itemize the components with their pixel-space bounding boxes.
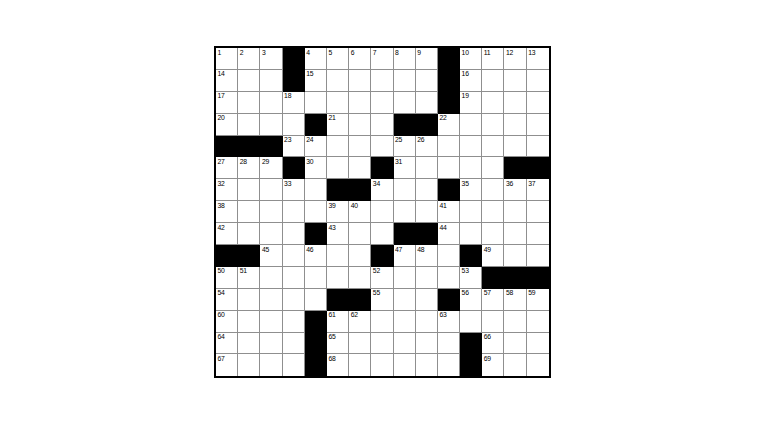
clue-number-55: 55 xyxy=(373,289,380,296)
cell-r13c7[interactable]: 62 xyxy=(349,311,371,333)
clue-number-41: 41 xyxy=(439,202,446,209)
cell-r9c6[interactable]: 43 xyxy=(327,223,349,245)
cell-r12c9[interactable] xyxy=(394,289,416,311)
clue-number-48: 48 xyxy=(417,246,424,253)
cell-r12c2[interactable] xyxy=(238,289,260,311)
clue-number-32: 32 xyxy=(218,180,225,187)
clue-number-40: 40 xyxy=(351,202,358,209)
cell-r5c5[interactable]: 24 xyxy=(305,136,327,158)
cell-r1c9[interactable]: 8 xyxy=(394,48,416,70)
cell-r3c3[interactable] xyxy=(260,92,282,114)
cell-r7c9[interactable] xyxy=(394,179,416,201)
clue-number-26: 26 xyxy=(417,136,424,143)
cell-r5c8[interactable] xyxy=(371,136,393,158)
cell-r4c1[interactable]: 20 xyxy=(216,114,238,136)
cell-r13c3[interactable] xyxy=(260,311,282,333)
cell-r1c12[interactable]: 10 xyxy=(460,48,482,70)
cell-r1c6[interactable]: 5 xyxy=(327,48,349,70)
cell-r15c3[interactable] xyxy=(260,354,282,376)
cell-r1c7[interactable]: 6 xyxy=(349,48,371,70)
black-cell-r12c7 xyxy=(349,289,371,311)
black-cell-r6c8 xyxy=(371,157,393,179)
cell-r14c8[interactable] xyxy=(371,333,393,355)
cell-r4c7[interactable] xyxy=(349,114,371,136)
black-cell-r6c4 xyxy=(283,157,305,179)
cell-r8c12[interactable] xyxy=(460,201,482,223)
clue-number-53: 53 xyxy=(462,267,469,274)
cell-r2c6[interactable] xyxy=(327,70,349,92)
clue-number-8: 8 xyxy=(395,49,399,56)
cell-r14c15[interactable] xyxy=(527,333,549,355)
cell-r10c13[interactable]: 49 xyxy=(482,245,504,267)
cell-r4c13[interactable] xyxy=(482,114,504,136)
clue-number-23: 23 xyxy=(284,136,291,143)
cell-r6c3[interactable]: 29 xyxy=(260,157,282,179)
cell-r8c7[interactable]: 40 xyxy=(349,201,371,223)
cell-r13c8[interactable] xyxy=(371,311,393,333)
cell-r4c12[interactable] xyxy=(460,114,482,136)
clue-number-16: 16 xyxy=(462,70,469,77)
clue-number-17: 17 xyxy=(218,92,225,99)
clue-number-50: 50 xyxy=(218,267,225,274)
clue-number-49: 49 xyxy=(484,246,491,253)
cell-r11c1[interactable]: 50 xyxy=(216,267,238,289)
cell-r15c4[interactable] xyxy=(283,354,305,376)
cell-r2c7[interactable] xyxy=(349,70,371,92)
clue-number-61: 61 xyxy=(328,311,335,318)
clue-number-12: 12 xyxy=(506,49,513,56)
cell-r5c4[interactable]: 23 xyxy=(283,136,305,158)
cell-r10c14[interactable] xyxy=(504,245,526,267)
cell-r5c9[interactable]: 25 xyxy=(394,136,416,158)
clue-number-66: 66 xyxy=(484,333,491,340)
cell-r7c15[interactable]: 37 xyxy=(527,179,549,201)
clue-number-42: 42 xyxy=(218,224,225,231)
cell-r4c14[interactable] xyxy=(504,114,526,136)
clue-number-63: 63 xyxy=(439,311,446,318)
black-cell-r11c13 xyxy=(482,267,504,289)
cell-r4c15[interactable] xyxy=(527,114,549,136)
cell-r3c14[interactable] xyxy=(504,92,526,114)
cell-r14c13[interactable]: 66 xyxy=(482,333,504,355)
clue-number-28: 28 xyxy=(240,158,247,165)
cell-r11c10[interactable] xyxy=(416,267,438,289)
cell-r15c15[interactable] xyxy=(527,354,549,376)
cell-r13c9[interactable] xyxy=(394,311,416,333)
cell-r2c1[interactable]: 14 xyxy=(216,70,238,92)
cell-r9c2[interactable] xyxy=(238,223,260,245)
cell-r13c6[interactable]: 61 xyxy=(327,311,349,333)
cell-r10c9[interactable]: 47 xyxy=(394,245,416,267)
black-cell-r2c4 xyxy=(283,70,305,92)
cell-r4c4[interactable] xyxy=(283,114,305,136)
cell-r4c6[interactable]: 21 xyxy=(327,114,349,136)
cell-r12c4[interactable] xyxy=(283,289,305,311)
clue-number-52: 52 xyxy=(373,267,380,274)
clue-number-43: 43 xyxy=(328,224,335,231)
clue-number-13: 13 xyxy=(528,49,535,56)
clue-number-6: 6 xyxy=(351,49,355,56)
clue-number-22: 22 xyxy=(439,114,446,121)
clue-number-38: 38 xyxy=(218,202,225,209)
clue-number-47: 47 xyxy=(395,246,402,253)
cell-r12c12[interactable]: 56 xyxy=(460,289,482,311)
cell-r3c6[interactable] xyxy=(327,92,349,114)
cell-r10c15[interactable] xyxy=(527,245,549,267)
cell-r1c14[interactable]: 12 xyxy=(504,48,526,70)
clue-number-45: 45 xyxy=(262,246,269,253)
cell-r3c10[interactable] xyxy=(416,92,438,114)
cell-r8c13[interactable] xyxy=(482,201,504,223)
clue-number-54: 54 xyxy=(218,289,225,296)
clue-number-21: 21 xyxy=(328,114,335,121)
cell-r9c15[interactable] xyxy=(527,223,549,245)
cell-r15c6[interactable]: 68 xyxy=(327,354,349,376)
cell-r15c11[interactable] xyxy=(438,354,460,376)
cell-r12c8[interactable]: 55 xyxy=(371,289,393,311)
clue-number-33: 33 xyxy=(284,180,291,187)
cell-r12c3[interactable] xyxy=(260,289,282,311)
cell-r3c9[interactable] xyxy=(394,92,416,114)
clue-number-14: 14 xyxy=(218,70,225,77)
black-cell-r7c7 xyxy=(349,179,371,201)
cell-r15c13[interactable]: 69 xyxy=(482,354,504,376)
cell-r9c8[interactable] xyxy=(371,223,393,245)
clue-number-56: 56 xyxy=(462,289,469,296)
clue-number-68: 68 xyxy=(328,355,335,362)
cell-r3c8[interactable] xyxy=(371,92,393,114)
black-cell-r6c14 xyxy=(504,157,526,179)
black-cell-r15c12 xyxy=(460,354,482,376)
cell-r12c14[interactable]: 58 xyxy=(504,289,526,311)
cell-r9c13[interactable] xyxy=(482,223,504,245)
cell-r12c5[interactable] xyxy=(305,289,327,311)
cell-r9c12[interactable] xyxy=(460,223,482,245)
cell-r11c5[interactable] xyxy=(305,267,327,289)
cell-r6c11[interactable] xyxy=(438,157,460,179)
cell-r14c3[interactable] xyxy=(260,333,282,355)
cell-r6c12[interactable] xyxy=(460,157,482,179)
cell-r2c8[interactable] xyxy=(371,70,393,92)
cell-r10c6[interactable] xyxy=(327,245,349,267)
cell-r12c1[interactable]: 54 xyxy=(216,289,238,311)
black-cell-r4c10 xyxy=(416,114,438,136)
cell-r14c9[interactable] xyxy=(394,333,416,355)
cell-r7c10[interactable] xyxy=(416,179,438,201)
black-cell-r9c9 xyxy=(394,223,416,245)
cell-r7c13[interactable] xyxy=(482,179,504,201)
cell-r15c2[interactable] xyxy=(238,354,260,376)
cell-r1c13[interactable]: 11 xyxy=(482,48,504,70)
cell-r15c14[interactable] xyxy=(504,354,526,376)
black-cell-r9c10 xyxy=(416,223,438,245)
cell-r3c2[interactable] xyxy=(238,92,260,114)
cell-r8c8[interactable] xyxy=(371,201,393,223)
clue-number-67: 67 xyxy=(218,355,225,362)
cell-r14c7[interactable] xyxy=(349,333,371,355)
cell-r8c15[interactable] xyxy=(527,201,549,223)
clue-number-31: 31 xyxy=(395,158,402,165)
clue-number-10: 10 xyxy=(462,49,469,56)
clue-number-5: 5 xyxy=(328,49,332,56)
clue-number-60: 60 xyxy=(218,311,225,318)
black-cell-r4c9 xyxy=(394,114,416,136)
clue-number-15: 15 xyxy=(306,70,313,77)
cell-r11c7[interactable] xyxy=(349,267,371,289)
cell-r6c6[interactable] xyxy=(327,157,349,179)
crossword-board: 1234567891011121314151617181920212223242… xyxy=(214,46,551,378)
cell-r4c2[interactable] xyxy=(238,114,260,136)
cell-r15c10[interactable] xyxy=(416,354,438,376)
cell-r9c1[interactable]: 42 xyxy=(216,223,238,245)
page-background: 1234567891011121314151617181920212223242… xyxy=(0,0,768,432)
black-cell-r7c6 xyxy=(327,179,349,201)
clue-number-65: 65 xyxy=(328,333,335,340)
clue-number-4: 4 xyxy=(306,49,310,56)
black-cell-r15c5 xyxy=(305,354,327,376)
cell-r4c8[interactable] xyxy=(371,114,393,136)
cell-r12c13[interactable]: 57 xyxy=(482,289,504,311)
cell-r13c11[interactable]: 63 xyxy=(438,311,460,333)
clue-number-29: 29 xyxy=(262,158,269,165)
cell-r13c14[interactable] xyxy=(504,311,526,333)
cell-r3c1[interactable]: 17 xyxy=(216,92,238,114)
cell-r8c1[interactable]: 38 xyxy=(216,201,238,223)
cell-r6c10[interactable] xyxy=(416,157,438,179)
cell-r10c4[interactable] xyxy=(283,245,305,267)
cell-r12c15[interactable]: 59 xyxy=(527,289,549,311)
cell-r15c9[interactable] xyxy=(394,354,416,376)
clue-number-34: 34 xyxy=(373,180,380,187)
clue-number-44: 44 xyxy=(439,224,446,231)
cell-r11c8[interactable]: 52 xyxy=(371,267,393,289)
cell-r5c6[interactable] xyxy=(327,136,349,158)
black-cell-r11c15 xyxy=(527,267,549,289)
cell-r8c4[interactable] xyxy=(283,201,305,223)
cell-r8c10[interactable] xyxy=(416,201,438,223)
cell-r4c3[interactable] xyxy=(260,114,282,136)
clue-number-39: 39 xyxy=(328,202,335,209)
cell-r8c3[interactable] xyxy=(260,201,282,223)
cell-r2c14[interactable] xyxy=(504,70,526,92)
clue-number-27: 27 xyxy=(218,158,225,165)
clue-number-46: 46 xyxy=(306,246,313,253)
cell-r5c10[interactable]: 26 xyxy=(416,136,438,158)
cell-r9c11[interactable]: 44 xyxy=(438,223,460,245)
cell-r7c8[interactable]: 34 xyxy=(371,179,393,201)
clue-number-69: 69 xyxy=(484,355,491,362)
cell-r11c11[interactable] xyxy=(438,267,460,289)
cell-r1c1[interactable]: 1 xyxy=(216,48,238,70)
clue-number-59: 59 xyxy=(528,289,535,296)
cell-r3c4[interactable]: 18 xyxy=(283,92,305,114)
cell-r14c11[interactable] xyxy=(438,333,460,355)
cell-r14c4[interactable] xyxy=(283,333,305,355)
cell-r7c3[interactable] xyxy=(260,179,282,201)
clue-number-25: 25 xyxy=(395,136,402,143)
cell-r1c10[interactable]: 9 xyxy=(416,48,438,70)
cell-r10c3[interactable]: 45 xyxy=(260,245,282,267)
cell-r3c7[interactable] xyxy=(349,92,371,114)
cell-r14c1[interactable]: 64 xyxy=(216,333,238,355)
cell-r7c4[interactable]: 33 xyxy=(283,179,305,201)
clue-number-9: 9 xyxy=(417,49,421,56)
cell-r8c9[interactable] xyxy=(394,201,416,223)
clue-number-3: 3 xyxy=(262,49,266,56)
cell-r4c11[interactable]: 22 xyxy=(438,114,460,136)
black-cell-r10c1 xyxy=(216,245,238,267)
cell-r13c4[interactable] xyxy=(283,311,305,333)
cell-r3c15[interactable] xyxy=(527,92,549,114)
cell-r13c15[interactable] xyxy=(527,311,549,333)
cell-r7c5[interactable] xyxy=(305,179,327,201)
cell-r10c10[interactable]: 48 xyxy=(416,245,438,267)
cell-r13c13[interactable] xyxy=(482,311,504,333)
cell-r6c1[interactable]: 27 xyxy=(216,157,238,179)
cell-r2c12[interactable]: 16 xyxy=(460,70,482,92)
clue-number-20: 20 xyxy=(218,114,225,121)
cell-r7c14[interactable]: 36 xyxy=(504,179,526,201)
cell-r1c15[interactable]: 13 xyxy=(527,48,549,70)
black-cell-r7c11 xyxy=(438,179,460,201)
black-cell-r11c14 xyxy=(504,267,526,289)
cell-r11c6[interactable] xyxy=(327,267,349,289)
cell-r2c5[interactable]: 15 xyxy=(305,70,327,92)
clue-number-58: 58 xyxy=(506,289,513,296)
cell-r6c5[interactable]: 30 xyxy=(305,157,327,179)
clue-number-1: 1 xyxy=(218,49,222,56)
cell-r2c13[interactable] xyxy=(482,70,504,92)
cell-r8c5[interactable] xyxy=(305,201,327,223)
black-cell-r10c2 xyxy=(238,245,260,267)
black-cell-r10c12 xyxy=(460,245,482,267)
cell-r13c10[interactable] xyxy=(416,311,438,333)
black-cell-r14c5 xyxy=(305,333,327,355)
clue-number-62: 62 xyxy=(351,311,358,318)
cell-r15c1[interactable]: 67 xyxy=(216,354,238,376)
cell-r9c7[interactable] xyxy=(349,223,371,245)
cell-r10c5[interactable]: 46 xyxy=(305,245,327,267)
cell-r8c14[interactable] xyxy=(504,201,526,223)
clue-number-36: 36 xyxy=(506,180,513,187)
cell-r1c3[interactable]: 3 xyxy=(260,48,282,70)
cell-r11c12[interactable]: 53 xyxy=(460,267,482,289)
clue-number-18: 18 xyxy=(284,92,291,99)
cell-r13c12[interactable] xyxy=(460,311,482,333)
cell-r8c2[interactable] xyxy=(238,201,260,223)
black-cell-r3c11 xyxy=(438,92,460,114)
cell-r5c13[interactable] xyxy=(482,136,504,158)
cell-r6c9[interactable]: 31 xyxy=(394,157,416,179)
clue-number-37: 37 xyxy=(528,180,535,187)
black-cell-r9c5 xyxy=(305,223,327,245)
cell-r14c6[interactable]: 65 xyxy=(327,333,349,355)
cell-r12c10[interactable] xyxy=(416,289,438,311)
cell-r14c2[interactable] xyxy=(238,333,260,355)
cell-r15c7[interactable] xyxy=(349,354,371,376)
cell-r13c2[interactable] xyxy=(238,311,260,333)
cell-r14c14[interactable] xyxy=(504,333,526,355)
cell-r1c5[interactable]: 4 xyxy=(305,48,327,70)
cell-r9c14[interactable] xyxy=(504,223,526,245)
clue-number-57: 57 xyxy=(484,289,491,296)
black-cell-r12c11 xyxy=(438,289,460,311)
cell-r6c13[interactable] xyxy=(482,157,504,179)
black-cell-r5c3 xyxy=(260,136,282,158)
cell-r1c8[interactable]: 7 xyxy=(371,48,393,70)
cell-r6c2[interactable]: 28 xyxy=(238,157,260,179)
cell-r5c12[interactable] xyxy=(460,136,482,158)
clue-number-2: 2 xyxy=(240,49,244,56)
cell-r2c2[interactable] xyxy=(238,70,260,92)
cell-r13c1[interactable]: 60 xyxy=(216,311,238,333)
black-cell-r4c5 xyxy=(305,114,327,136)
cell-r7c12[interactable]: 35 xyxy=(460,179,482,201)
clue-number-7: 7 xyxy=(373,49,377,56)
black-cell-r1c4 xyxy=(283,48,305,70)
black-cell-r10c8 xyxy=(371,245,393,267)
cell-r5c14[interactable] xyxy=(504,136,526,158)
cell-r2c10[interactable] xyxy=(416,70,438,92)
clue-number-35: 35 xyxy=(462,180,469,187)
cell-r7c1[interactable]: 32 xyxy=(216,179,238,201)
cell-r2c3[interactable] xyxy=(260,70,282,92)
cell-r5c7[interactable] xyxy=(349,136,371,158)
cell-r11c9[interactable] xyxy=(394,267,416,289)
black-cell-r6c15 xyxy=(527,157,549,179)
cell-r3c5[interactable] xyxy=(305,92,327,114)
clue-number-24: 24 xyxy=(306,136,313,143)
cell-r2c15[interactable] xyxy=(527,70,549,92)
cell-r9c4[interactable] xyxy=(283,223,305,245)
cell-r5c15[interactable] xyxy=(527,136,549,158)
cell-r1c2[interactable]: 2 xyxy=(238,48,260,70)
clue-number-19: 19 xyxy=(462,92,469,99)
cell-r10c11[interactable] xyxy=(438,245,460,267)
black-cell-r2c11 xyxy=(438,70,460,92)
cell-r6c7[interactable] xyxy=(349,157,371,179)
cell-r8c11[interactable]: 41 xyxy=(438,201,460,223)
black-cell-r5c1 xyxy=(216,136,238,158)
cell-r15c8[interactable] xyxy=(371,354,393,376)
clue-number-30: 30 xyxy=(306,158,313,165)
cell-r5c11[interactable] xyxy=(438,136,460,158)
cell-r11c2[interactable]: 51 xyxy=(238,267,260,289)
cell-r7c2[interactable] xyxy=(238,179,260,201)
cell-r14c10[interactable] xyxy=(416,333,438,355)
cell-r11c4[interactable] xyxy=(283,267,305,289)
clue-number-51: 51 xyxy=(240,267,247,274)
cell-r9c3[interactable] xyxy=(260,223,282,245)
black-cell-r1c11 xyxy=(438,48,460,70)
cell-r11c3[interactable] xyxy=(260,267,282,289)
black-cell-r12c6 xyxy=(327,289,349,311)
cell-r3c13[interactable] xyxy=(482,92,504,114)
black-cell-r14c12 xyxy=(460,333,482,355)
cell-r3c12[interactable]: 19 xyxy=(460,92,482,114)
cell-r8c6[interactable]: 39 xyxy=(327,201,349,223)
black-cell-r5c2 xyxy=(238,136,260,158)
cell-r10c7[interactable] xyxy=(349,245,371,267)
clue-number-64: 64 xyxy=(218,333,225,340)
black-cell-r13c5 xyxy=(305,311,327,333)
cell-r2c9[interactable] xyxy=(394,70,416,92)
clue-number-11: 11 xyxy=(484,49,491,56)
